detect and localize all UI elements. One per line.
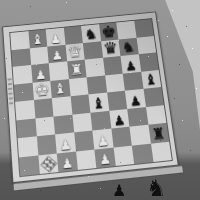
square-g4[interactable]: ♛ [65, 43, 85, 62]
square-g7[interactable]: ♞ [118, 37, 138, 56]
square-g5[interactable] [83, 41, 103, 60]
square-c1[interactable] [16, 118, 36, 138]
square-e8[interactable]: ♝ [141, 70, 162, 89]
square-h3[interactable]: ♟ [46, 28, 65, 46]
black-pawn[interactable]: ♟ [129, 93, 142, 107]
square-b5[interactable]: ♟ [92, 129, 113, 149]
square-b1[interactable] [18, 136, 38, 157]
square-d5[interactable]: ♝ [88, 93, 108, 113]
square-b4[interactable] [74, 131, 95, 152]
square-c7[interactable] [127, 107, 148, 127]
board-grid: ♝♟♞♚♟♛♛♞♟♜♟♚♝♝♝♟♟♟♟♜♟♟ [9, 18, 173, 177]
square-f8[interactable] [138, 52, 158, 71]
square-f3[interactable] [49, 61, 69, 80]
square-h2[interactable]: ♝ [28, 29, 47, 47]
square-f7[interactable]: ♟ [120, 54, 140, 73]
square-d2[interactable] [33, 98, 53, 118]
square-g2[interactable] [29, 46, 48, 65]
square-a1[interactable] [19, 155, 39, 176]
square-c2[interactable] [35, 116, 55, 136]
square-c5[interactable] [90, 110, 111, 130]
film-grain [0, 0, 1, 1]
square-f4[interactable]: ♜ [67, 60, 87, 79]
square-a4[interactable] [76, 149, 97, 170]
white-pawn[interactable]: ♟ [61, 156, 74, 171]
square-c3[interactable] [53, 114, 73, 134]
white-pawn[interactable]: ♟ [59, 137, 72, 151]
square-e3[interactable]: ♝ [50, 79, 70, 98]
white-king[interactable]: ♚ [34, 81, 50, 99]
square-h5[interactable]: ♞ [81, 24, 101, 42]
black-rook[interactable]: ♜ [151, 126, 167, 142]
square-d4[interactable] [70, 94, 90, 114]
square-h1[interactable] [10, 31, 29, 50]
white-pawn[interactable]: ♟ [51, 49, 63, 62]
square-g8[interactable] [136, 36, 156, 55]
square-g3[interactable]: ♟ [47, 44, 67, 63]
square-d8[interactable] [143, 87, 164, 107]
square-c6[interactable]: ♟ [109, 109, 130, 129]
square-b8[interactable]: ♜ [148, 123, 169, 143]
square-e4[interactable] [68, 77, 88, 96]
square-d3[interactable] [52, 96, 72, 116]
white-pawn[interactable]: ♟ [49, 32, 61, 45]
white-pawn[interactable]: ♟ [96, 133, 109, 147]
captured-black-knight[interactable]: ♞ [146, 177, 167, 200]
corner-emblem [40, 155, 57, 172]
white-bishop[interactable]: ♝ [53, 81, 68, 97]
square-f5[interactable] [85, 58, 105, 77]
square-d6[interactable] [107, 91, 127, 111]
square-e1[interactable] [14, 82, 34, 102]
square-g6[interactable]: ♛ [101, 39, 121, 58]
black-pawn[interactable]: ♟ [124, 59, 137, 72]
square-d7[interactable]: ♟ [125, 89, 146, 109]
square-a2[interactable] [38, 153, 59, 174]
square-f6[interactable] [103, 56, 123, 75]
square-f1[interactable] [13, 65, 32, 84]
square-b2[interactable] [36, 134, 56, 155]
square-c8[interactable] [145, 105, 166, 125]
square-a8[interactable] [150, 141, 171, 162]
black-queen[interactable]: ♛ [102, 40, 119, 57]
black-knight[interactable]: ♞ [121, 40, 136, 55]
square-a7[interactable] [132, 143, 153, 164]
black-bishop[interactable]: ♝ [91, 95, 106, 111]
square-h8[interactable] [134, 19, 154, 37]
square-h7[interactable] [116, 21, 136, 39]
square-a5[interactable]: ♟ [94, 147, 115, 168]
white-rook[interactable]: ♜ [69, 62, 84, 77]
white-bishop[interactable]: ♝ [31, 32, 45, 47]
black-bishop[interactable]: ♝ [143, 72, 158, 87]
square-e2[interactable]: ♚ [32, 81, 52, 101]
white-pawn[interactable]: ♟ [98, 152, 111, 167]
black-knight[interactable]: ♞ [84, 27, 98, 42]
square-b6[interactable] [111, 127, 132, 147]
square-a3[interactable]: ♟ [57, 151, 78, 172]
square-d1[interactable] [15, 100, 35, 120]
white-queen[interactable]: ♛ [67, 43, 83, 60]
square-c4[interactable] [72, 112, 92, 132]
square-e7[interactable] [123, 71, 143, 90]
square-b3[interactable]: ♟ [55, 132, 75, 153]
board-tilt-wrapper: ♝♟♞♚♟♛♛♞♟♜♟♚♝♝♝♟♟♟♟♜♟♟ [2, 11, 179, 183]
chess-board: ♝♟♞♚♟♛♛♞♟♜♟♚♝♝♝♟♟♟♟♜♟♟ [2, 11, 179, 183]
black-pawn[interactable]: ♟ [113, 113, 126, 127]
square-g1[interactable] [11, 48, 30, 67]
square-b7[interactable] [129, 125, 150, 145]
chess-photo: ♝♟♞♚♟♛♛♞♟♜♟♚♝♝♝♟♟♟♟♜♟♟ ♟♞ [0, 0, 200, 200]
captured-black-pawn[interactable]: ♟ [112, 183, 126, 199]
square-a6[interactable] [113, 145, 134, 166]
square-e5[interactable] [87, 75, 107, 94]
square-e6[interactable] [105, 73, 125, 92]
